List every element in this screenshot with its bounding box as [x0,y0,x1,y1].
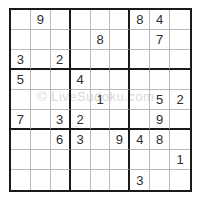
sudoku-cell-r8c3-empty[interactable] [51,150,71,170]
sudoku-cell-r3c1-given: 3 [11,50,31,70]
sudoku-cell-r2c4-empty[interactable] [71,30,91,50]
sudoku-cell-r7c1-empty[interactable] [11,130,31,150]
sudoku-cell-r1c1-empty[interactable] [11,10,31,30]
sudoku-cell-r6c9-empty[interactable] [170,110,190,130]
sudoku-cell-r6c1-given: 7 [11,110,31,130]
sudoku-cell-r4c7-empty[interactable] [130,70,150,90]
sudoku-cell-r8c8-empty[interactable] [150,150,170,170]
sudoku-cell-r4c9-empty[interactable] [170,70,190,90]
sudoku-cell-r7c2-empty[interactable] [31,130,51,150]
sudoku-cell-r1c6-empty[interactable] [110,10,130,30]
sudoku-cell-r5c9-given: 2 [170,90,190,110]
sudoku-cell-r2c1-empty[interactable] [11,30,31,50]
sudoku-cell-r5c2-empty[interactable] [31,90,51,110]
sudoku-cell-r6c5-empty[interactable] [91,110,111,130]
sudoku-page: 98487325415273296394813 © LiveSudoku.com [0,0,200,200]
sudoku-cell-r5c1-empty[interactable] [11,90,31,110]
sudoku-cell-r4c2-empty[interactable] [31,70,51,90]
sudoku-cell-r7c3-given: 6 [51,130,71,150]
sudoku-cell-r6c6-empty[interactable] [110,110,130,130]
sudoku-cell-r4c4-given: 4 [71,70,91,90]
sudoku-cell-r9c8-empty[interactable] [150,170,170,190]
sudoku-cell-r8c5-empty[interactable] [91,150,111,170]
sudoku-cell-r9c7-given: 3 [130,170,150,190]
sudoku-cell-r4c5-empty[interactable] [91,70,111,90]
sudoku-cell-r2c3-empty[interactable] [51,30,71,50]
sudoku-cell-r1c9-empty[interactable] [170,10,190,30]
sudoku-cell-r9c6-empty[interactable] [110,170,130,190]
sudoku-cell-r5c5-given: 1 [91,90,111,110]
sudoku-cell-r1c3-empty[interactable] [51,10,71,30]
sudoku-cell-r5c7-empty[interactable] [130,90,150,110]
sudoku-cell-r8c7-empty[interactable] [130,150,150,170]
sudoku-cell-r3c9-empty[interactable] [170,50,190,70]
sudoku-cell-r3c6-empty[interactable] [110,50,130,70]
sudoku-cell-r8c9-given: 1 [170,150,190,170]
sudoku-cell-r2c2-empty[interactable] [31,30,51,50]
sudoku-cell-r4c8-empty[interactable] [150,70,170,90]
sudoku-cell-r3c5-empty[interactable] [91,50,111,70]
sudoku-cell-r7c4-given: 3 [71,130,91,150]
sudoku-cell-r5c6-empty[interactable] [110,90,130,110]
sudoku-cell-r7c5-empty[interactable] [91,130,111,150]
sudoku-cell-r8c6-empty[interactable] [110,150,130,170]
sudoku-cell-r8c4-empty[interactable] [71,150,91,170]
sudoku-cell-r2c5-given: 8 [91,30,111,50]
sudoku-cell-r7c7-given: 4 [130,130,150,150]
sudoku-cell-r9c4-empty[interactable] [71,170,91,190]
sudoku-cell-r9c2-empty[interactable] [31,170,51,190]
sudoku-cell-r5c3-empty[interactable] [51,90,71,110]
sudoku-cell-r3c4-empty[interactable] [71,50,91,70]
sudoku-cell-r2c7-empty[interactable] [130,30,150,50]
sudoku-cell-r2c8-given: 7 [150,30,170,50]
sudoku-cell-r7c9-empty[interactable] [170,130,190,150]
sudoku-cell-r7c6-given: 9 [110,130,130,150]
sudoku-cell-r6c4-given: 2 [71,110,91,130]
sudoku-cell-r6c2-empty[interactable] [31,110,51,130]
sudoku-cell-r3c3-given: 2 [51,50,71,70]
sudoku-cell-r6c3-given: 3 [51,110,71,130]
sudoku-cell-r1c7-given: 8 [130,10,150,30]
sudoku-cell-r2c9-empty[interactable] [170,30,190,50]
sudoku-cell-r5c8-given: 5 [150,90,170,110]
sudoku-cell-r1c2-given: 9 [31,10,51,30]
sudoku-cell-r1c8-given: 4 [150,10,170,30]
sudoku-cell-r6c8-given: 9 [150,110,170,130]
sudoku-cell-r7c8-given: 8 [150,130,170,150]
sudoku-cell-r4c1-given: 5 [11,70,31,90]
sudoku-cell-r4c6-empty[interactable] [110,70,130,90]
sudoku-cell-r9c1-empty[interactable] [11,170,31,190]
sudoku-cell-r3c2-empty[interactable] [31,50,51,70]
sudoku-cell-r5c4-empty[interactable] [71,90,91,110]
sudoku-cell-r9c9-empty[interactable] [170,170,190,190]
sudoku-board: 98487325415273296394813 [9,8,192,192]
sudoku-cell-r3c8-empty[interactable] [150,50,170,70]
sudoku-cell-r8c1-empty[interactable] [11,150,31,170]
sudoku-cell-r8c2-empty[interactable] [31,150,51,170]
sudoku-cell-r1c4-empty[interactable] [71,10,91,30]
sudoku-cell-r1c5-empty[interactable] [91,10,111,30]
sudoku-cell-r2c6-empty[interactable] [110,30,130,50]
sudoku-cell-r6c7-empty[interactable] [130,110,150,130]
sudoku-cell-r9c5-empty[interactable] [91,170,111,190]
sudoku-cell-r4c3-empty[interactable] [51,70,71,90]
sudoku-cell-r9c3-empty[interactable] [51,170,71,190]
sudoku-cell-r3c7-empty[interactable] [130,50,150,70]
